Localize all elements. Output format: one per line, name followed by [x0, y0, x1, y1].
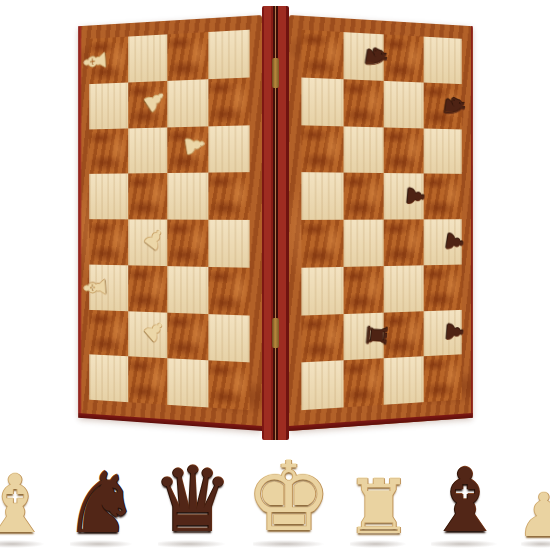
tray-piece-black-knight[interactable]: ♞ — [64, 461, 139, 545]
board-square — [301, 361, 343, 411]
board-square — [89, 174, 128, 220]
tray-piece-white-bishop[interactable]: ♝ — [0, 465, 51, 545]
board-square — [207, 220, 249, 268]
board-square — [383, 356, 423, 404]
brass-hinge-icon — [272, 318, 279, 348]
board-piece-black-pawn[interactable]: ♟ — [441, 229, 466, 255]
board-square — [301, 77, 343, 126]
board-square — [301, 172, 343, 220]
board-square — [343, 358, 384, 407]
board-square — [423, 37, 462, 84]
board-piece-black-pawn[interactable]: ♟ — [403, 184, 428, 209]
piece-tray-row: ♝♞♛♚♜♝♟ — [0, 449, 550, 545]
board-square — [301, 267, 343, 315]
board-square — [167, 358, 208, 407]
board-square — [343, 126, 384, 173]
board-square — [89, 355, 128, 403]
product-photo-stage: ♝♟♟♟♝♟ ♞♞♟♟♜♟ ♝♞♛♚♜♝♟ — [0, 0, 550, 550]
board-square — [423, 128, 462, 174]
board-grid-right: ♞♞♟♟♜♟ — [301, 30, 461, 410]
board-piece-white-bishop[interactable]: ♝ — [80, 45, 110, 77]
board-square — [343, 79, 384, 127]
board-piece-white-bishop[interactable]: ♝ — [80, 272, 110, 302]
board-square — [343, 266, 384, 314]
folding-chess-board: ♝♟♟♟♝♟ ♞♞♟♟♜♟ — [57, 6, 493, 440]
board-square — [383, 265, 423, 312]
tray-piece-white-king[interactable]: ♚ — [246, 449, 332, 545]
board-panel-right: ♞♞♟♟♜♟ — [289, 15, 473, 431]
board-square — [89, 128, 128, 174]
panel-left-maroon-edge — [78, 26, 81, 418]
board-square — [207, 125, 249, 173]
board-panel-left: ♝♟♟♟♝♟ — [78, 15, 262, 431]
board-square — [167, 32, 208, 81]
panel-right-maroon-edge — [471, 26, 473, 418]
board-square — [207, 267, 249, 315]
board-square — [343, 220, 384, 267]
board-square — [301, 220, 343, 268]
board-square — [207, 314, 249, 363]
board-square — [207, 361, 249, 411]
board-square — [383, 81, 423, 128]
board-square — [343, 173, 384, 220]
board-piece-black-knight[interactable]: ♞ — [439, 90, 469, 122]
board-piece-black-pawn[interactable]: ♟ — [442, 321, 466, 344]
board-square — [89, 309, 128, 356]
board-square — [167, 266, 208, 314]
board-square — [301, 30, 343, 79]
board-square — [127, 173, 167, 219]
board-square — [167, 79, 208, 127]
board-square — [301, 314, 343, 363]
board-grid-left: ♝♟♟♟♝♟ — [89, 30, 249, 410]
board-square — [423, 355, 462, 403]
tray-piece-white-rook[interactable]: ♜ — [345, 470, 412, 545]
tray-piece-black-queen[interactable]: ♛ — [152, 455, 233, 545]
board-square — [423, 264, 462, 310]
board-square — [383, 219, 423, 265]
brass-hinge-icon — [272, 58, 279, 88]
board-square — [127, 265, 167, 312]
board-piece-black-rook[interactable]: ♜ — [361, 322, 390, 350]
tray-piece-white-pawn[interactable]: ♟ — [517, 485, 550, 545]
board-square — [127, 356, 167, 404]
board-square — [127, 34, 167, 82]
board-square — [127, 127, 167, 174]
board-square — [383, 127, 423, 174]
board-square — [167, 220, 208, 267]
board-square — [167, 173, 208, 220]
board-square — [167, 312, 208, 360]
tray-piece-black-bishop[interactable]: ♝ — [425, 457, 504, 545]
board-square — [207, 172, 249, 220]
board-square — [89, 82, 128, 129]
board-square — [89, 219, 128, 265]
board-square — [207, 77, 249, 126]
board-square — [207, 30, 249, 79]
board-spine — [262, 6, 289, 440]
board-square — [301, 125, 343, 173]
